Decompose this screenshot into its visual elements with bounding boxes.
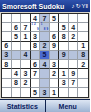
cell-r6c6[interactable]: 3	[50, 60, 60, 69]
cell-r4c2[interactable]	[12, 42, 22, 51]
cell-r7c8[interactable]: 9	[69, 69, 79, 78]
cell-r1c2[interactable]	[12, 14, 22, 23]
cell-r5c2[interactable]	[12, 51, 22, 60]
cell-r7c4[interactable]: 7	[31, 69, 41, 78]
sudoku-board: 4756712918954513682682913459886432437219…	[1, 13, 89, 98]
cell-r5c3[interactable]: 4	[21, 51, 31, 60]
cell-r2c5[interactable]: 189	[40, 23, 50, 32]
cell-r2c4[interactable]: 129	[31, 23, 41, 32]
cell-r3c3[interactable]: 1	[21, 32, 31, 41]
cell-r4c8[interactable]	[69, 42, 79, 51]
cell-r3c5[interactable]	[40, 32, 50, 41]
cell-r5c9[interactable]: 8	[78, 51, 88, 60]
cell-r5c8[interactable]	[69, 51, 79, 60]
cell-r8c3[interactable]: 2	[21, 79, 31, 88]
cell-r9c5[interactable]: 3	[40, 88, 50, 97]
cell-r4c5[interactable]: 2	[40, 42, 50, 51]
cell-r8c7[interactable]: 3	[59, 79, 69, 88]
cell-r9c3[interactable]	[21, 88, 31, 97]
cell-r1c8[interactable]	[69, 14, 79, 23]
app-title: Smoresoft Sudoku	[2, 3, 64, 10]
cell-r2c1[interactable]	[2, 23, 12, 32]
cell-r2c6[interactable]	[50, 23, 60, 32]
cell-r7c5[interactable]	[40, 69, 50, 78]
cell-r8c4[interactable]	[31, 79, 41, 88]
cell-r3c6[interactable]: 6	[50, 32, 60, 41]
phone-screen: Smoresoft Sudoku ♪↻Y‖ 475671291895451368…	[0, 0, 90, 112]
cell-r5c4[interactable]	[31, 51, 41, 60]
sound-icon: ♪	[71, 3, 74, 9]
cell-r1c3[interactable]	[21, 14, 31, 23]
cell-r4c7[interactable]	[59, 42, 69, 51]
cell-r6c5[interactable]: 4	[40, 60, 50, 69]
cell-r5c7[interactable]: 9	[59, 51, 69, 60]
cell-r1c7[interactable]	[59, 14, 69, 23]
pencil-marks-r2c5: 189	[40, 23, 49, 31]
cell-r4c3[interactable]	[21, 42, 31, 51]
connectivity-icon: ↻	[75, 3, 80, 9]
cell-r9c6[interactable]: 1	[50, 88, 60, 97]
title-bar: Smoresoft Sudoku ♪↻Y‖	[0, 0, 90, 12]
cell-r8c2[interactable]: 8	[12, 79, 22, 88]
cell-r4c9[interactable]: 1	[78, 42, 88, 51]
cell-r5c5[interactable]: 5	[40, 51, 50, 60]
cell-r5c6[interactable]	[50, 51, 60, 60]
cell-r4c4[interactable]: 8	[31, 42, 41, 51]
cell-r3c2[interactable]: 5	[12, 32, 22, 41]
cell-r3c9[interactable]	[78, 32, 88, 41]
cell-r3c4[interactable]: 3	[31, 32, 41, 41]
pencil-marks-r2c4: 129	[31, 23, 40, 31]
cell-r6c7[interactable]	[59, 60, 69, 69]
cell-r9c9[interactable]	[78, 88, 88, 97]
cell-r1c6[interactable]: 5	[50, 14, 60, 23]
cell-r6c4[interactable]: 6	[31, 60, 41, 69]
cell-r6c2[interactable]	[12, 60, 22, 69]
cell-r2c9[interactable]	[78, 23, 88, 32]
cell-r6c8[interactable]	[69, 60, 79, 69]
cell-r9c4[interactable]: 5	[31, 88, 41, 97]
cell-r2c3[interactable]: 7	[21, 23, 31, 32]
cell-r2c7[interactable]: 5	[59, 23, 69, 32]
cell-r1c1[interactable]	[2, 14, 12, 23]
softkey-bar: Statistics Menu	[0, 99, 90, 112]
cell-r8c6[interactable]	[50, 79, 60, 88]
cell-r7c3[interactable]: 3	[21, 69, 31, 78]
cell-r9c7[interactable]	[59, 88, 69, 97]
status-icon-tray: ♪↻Y‖	[71, 3, 88, 9]
cell-r7c1[interactable]	[2, 69, 12, 78]
cell-r7c6[interactable]: 2	[50, 69, 60, 78]
cell-r7c9[interactable]	[78, 69, 88, 78]
cell-r4c6[interactable]: 9	[50, 42, 60, 51]
statistics-softkey[interactable]: Statistics	[0, 100, 45, 112]
cell-r3c8[interactable]: 2	[69, 32, 79, 41]
cell-r8c5[interactable]	[40, 79, 50, 88]
cell-r9c1[interactable]	[2, 88, 12, 97]
cell-r9c8[interactable]	[69, 88, 79, 97]
menu-softkey[interactable]: Menu	[45, 100, 91, 112]
cell-r3c1[interactable]	[2, 32, 12, 41]
cell-r6c1[interactable]: 8	[2, 60, 12, 69]
cell-r6c9[interactable]: 2	[78, 60, 88, 69]
cell-r6c3[interactable]	[21, 60, 31, 69]
cell-r7c7[interactable]: 1	[59, 69, 69, 78]
cell-r2c8[interactable]: 4	[69, 23, 79, 32]
cell-r2c2[interactable]: 6	[12, 23, 22, 32]
cell-r4c1[interactable]: 6	[2, 42, 12, 51]
cell-r5c1[interactable]: 3	[2, 51, 12, 60]
cell-r9c2[interactable]	[12, 88, 22, 97]
signal-icon: Y‖	[82, 3, 88, 9]
cell-r8c8[interactable]: 7	[69, 79, 79, 88]
cell-r7c2[interactable]: 4	[12, 69, 22, 78]
cell-r3c7[interactable]: 8	[59, 32, 69, 41]
cell-r1c9[interactable]	[78, 14, 88, 23]
cell-r8c1[interactable]	[2, 79, 12, 88]
cell-r8c9[interactable]	[78, 79, 88, 88]
